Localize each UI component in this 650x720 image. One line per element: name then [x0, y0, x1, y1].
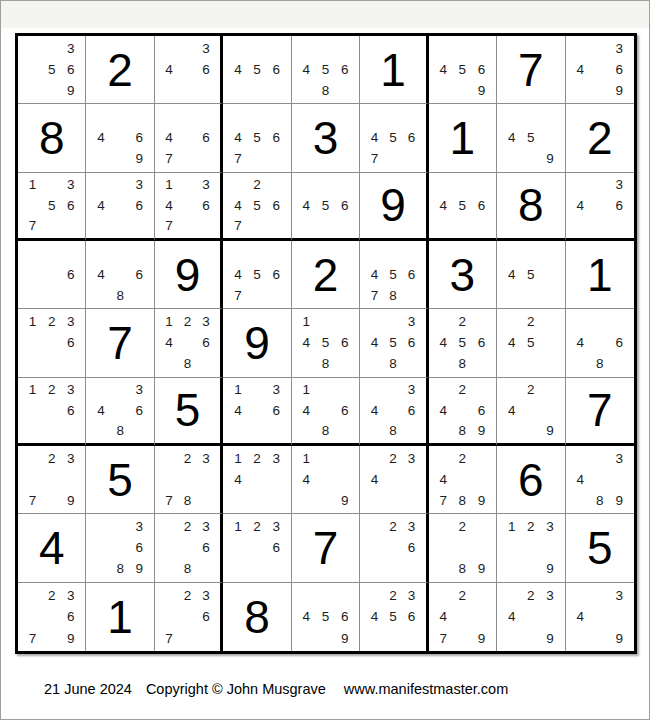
cell-r2c4[interactable]: 4567 — [223, 104, 291, 172]
pencil-empty — [178, 80, 196, 101]
pencil-empty — [453, 628, 472, 649]
pencil-empty — [590, 311, 609, 332]
pencil-empty — [590, 606, 609, 627]
pencil-mark-9: 9 — [130, 559, 149, 580]
pencil-empty — [521, 559, 540, 580]
pencil-mark-3: 3 — [610, 585, 629, 606]
cell-r7c8[interactable]: 6 — [497, 446, 565, 514]
pencil-mark-2: 2 — [384, 516, 402, 537]
pencil-mark-2: 2 — [384, 448, 402, 469]
pencil-empty — [267, 149, 286, 170]
pencil-mark-5: 5 — [42, 59, 61, 80]
pencil-empty — [247, 559, 266, 580]
pencil-empty — [247, 400, 266, 420]
pencil-mark-3: 3 — [61, 448, 80, 469]
cell-r9c6[interactable]: 23456 — [360, 583, 428, 651]
pencil-empty — [297, 80, 316, 101]
cell-r2c9[interactable]: 2 — [566, 104, 634, 172]
cell-r1c8[interactable]: 7 — [497, 36, 565, 104]
pencil-mark-3: 3 — [130, 516, 149, 537]
pencil-empty — [160, 448, 178, 469]
pencil-empty — [434, 38, 453, 59]
pencil-empty — [267, 421, 286, 441]
pencil-mark-3: 3 — [610, 38, 629, 59]
pencil-mark-8: 8 — [111, 421, 130, 441]
pencil-empty — [111, 537, 130, 558]
pencil-empty — [365, 106, 383, 127]
pencil-empty — [91, 421, 110, 441]
pencil-empty — [267, 175, 286, 195]
pencil-mark-6: 6 — [472, 195, 491, 215]
pencil-empty — [178, 38, 196, 59]
pencil-empty — [521, 149, 540, 170]
pencil-empty — [540, 400, 559, 420]
pencil-mark-4: 4 — [434, 400, 453, 420]
cell-r7c3[interactable]: 2378 — [155, 446, 223, 514]
pencil-empty — [610, 469, 629, 490]
pencil-mark-9: 9 — [335, 490, 354, 511]
pencil-empty — [434, 80, 453, 101]
pencil-empty — [502, 537, 521, 558]
pencil-mark-4: 4 — [228, 195, 247, 215]
cell-r1c1[interactable]: 3569 — [18, 36, 86, 104]
pencil-mark-3: 3 — [130, 175, 149, 195]
pencil-mark-5: 5 — [384, 264, 402, 285]
pencil-empty — [61, 285, 80, 306]
pencil-empty — [91, 149, 110, 170]
cell-r8c4[interactable]: 1236 — [223, 514, 291, 582]
pencil-mark-6: 6 — [130, 264, 149, 285]
cell-r9c8[interactable]: 2349 — [497, 583, 565, 651]
cell-r7c4[interactable]: 1234 — [223, 446, 291, 514]
cell-r9c1[interactable]: 23679 — [18, 583, 86, 651]
pencil-mark-6: 6 — [197, 332, 215, 353]
cell-r2c2[interactable]: 469 — [86, 104, 154, 172]
cell-r3c4[interactable]: 24567 — [223, 173, 291, 241]
solved-digit: 3 — [450, 252, 476, 298]
pencil-mark-3: 3 — [402, 516, 420, 537]
pencil-empty — [521, 537, 540, 558]
cell-r3c6[interactable]: 9 — [360, 173, 428, 241]
cell-r6c9[interactable]: 7 — [566, 378, 634, 446]
pencil-empty — [502, 354, 521, 375]
solved-digit: 2 — [313, 252, 339, 298]
pencil-empty — [91, 516, 110, 537]
cell-r7c7[interactable]: 24789 — [429, 446, 497, 514]
cell-r4c5[interactable]: 2 — [292, 241, 360, 309]
pencil-empty — [402, 628, 420, 649]
pencil-empty — [571, 216, 590, 236]
cell-r7c9[interactable]: 3489 — [566, 446, 634, 514]
cell-r4c7[interactable]: 3 — [429, 241, 497, 309]
pencil-empty — [502, 380, 521, 400]
pencil-mark-4: 4 — [297, 469, 316, 490]
cell-r3c3[interactable]: 13467 — [155, 173, 223, 241]
pencil-mark-7: 7 — [23, 490, 42, 511]
pencil-empty — [130, 243, 149, 264]
pencil-mark-7: 7 — [160, 490, 178, 511]
cell-r5c2[interactable]: 7 — [86, 309, 154, 377]
pencil-empty — [91, 285, 110, 306]
solved-digit: 5 — [587, 525, 613, 571]
pencil-empty — [384, 311, 402, 332]
pencil-mark-3: 3 — [61, 175, 80, 195]
pencil-empty — [267, 285, 286, 306]
pencil-empty — [297, 490, 316, 511]
cell-r5c3[interactable]: 123468 — [155, 309, 223, 377]
cell-r8c3[interactable]: 2368 — [155, 514, 223, 582]
cell-r6c6[interactable]: 3468 — [360, 378, 428, 446]
pencil-mark-2: 2 — [521, 516, 540, 537]
pencil-mark-6: 6 — [61, 332, 80, 353]
footer-copyright: Copyright © John Musgrave — [146, 681, 326, 697]
pencil-empty — [590, 448, 609, 469]
puzzle-page: 3569234645645681456973469846946745673456… — [0, 0, 650, 720]
cell-r5c5[interactable]: 14568 — [292, 309, 360, 377]
pencil-mark-8: 8 — [453, 421, 472, 441]
pencil-mark-4: 4 — [297, 606, 316, 627]
cell-r2c6[interactable]: 4567 — [360, 104, 428, 172]
cell-r1c3[interactable]: 346 — [155, 36, 223, 104]
pencil-empty — [502, 106, 521, 127]
pencil-mark-1: 1 — [297, 380, 316, 400]
pencil-empty — [42, 80, 61, 101]
pencil-empty — [610, 311, 629, 332]
pencil-mark-4: 4 — [228, 59, 247, 80]
pencil-mark-5: 5 — [316, 332, 335, 353]
pencil-empty — [61, 469, 80, 490]
pencil-empty — [111, 516, 130, 537]
pencil-mark-6: 6 — [130, 400, 149, 420]
solved-digit: 3 — [313, 115, 339, 161]
pencil-mark-4: 4 — [91, 400, 110, 420]
pencil-mark-9: 9 — [472, 559, 491, 580]
pencil-empty — [472, 216, 491, 236]
pencil-mark-7: 7 — [23, 628, 42, 649]
pencil-empty — [335, 216, 354, 236]
cell-r8c6[interactable]: 236 — [360, 514, 428, 582]
cell-r7c2[interactable]: 5 — [86, 446, 154, 514]
pencil-empty — [23, 400, 42, 420]
pencil-empty — [42, 285, 61, 306]
pencil-empty — [42, 264, 61, 285]
pencil-empty — [402, 106, 420, 127]
cell-r5c9[interactable]: 468 — [566, 309, 634, 377]
pencil-mark-5: 5 — [247, 59, 266, 80]
pencil-mark-3: 3 — [61, 311, 80, 332]
cell-r7c6[interactable]: 234 — [360, 446, 428, 514]
pencil-empty — [384, 400, 402, 420]
pencil-empty — [335, 354, 354, 375]
pencil-empty — [111, 264, 130, 285]
pencil-empty — [335, 585, 354, 606]
cell-r8c9[interactable]: 5 — [566, 514, 634, 582]
pencil-mark-2: 2 — [453, 585, 472, 606]
pencil-mark-4: 4 — [297, 400, 316, 420]
pencil-empty — [434, 175, 453, 195]
pencil-empty — [42, 469, 61, 490]
cell-r5c6[interactable]: 34568 — [360, 309, 428, 377]
pencil-empty — [502, 311, 521, 332]
pencil-mark-4: 4 — [502, 127, 521, 148]
cell-r9c7[interactable]: 2479 — [429, 583, 497, 651]
pencil-empty — [590, 216, 609, 236]
cell-r2c1[interactable]: 8 — [18, 104, 86, 172]
pencil-empty — [228, 490, 247, 511]
pencil-empty — [453, 175, 472, 195]
pencil-mark-8: 8 — [453, 354, 472, 375]
cell-r6c2[interactable]: 3468 — [86, 378, 154, 446]
cell-r2c3[interactable]: 467 — [155, 104, 223, 172]
pencil-empty — [267, 216, 286, 236]
cell-r3c5[interactable]: 456 — [292, 173, 360, 241]
cell-r6c7[interactable]: 24689 — [429, 378, 497, 446]
pencil-mark-9: 9 — [61, 80, 80, 101]
cell-r4c2[interactable]: 468 — [86, 241, 154, 309]
top-strip — [1, 1, 649, 28]
cell-r1c5[interactable]: 4568 — [292, 36, 360, 104]
pencil-mark-3: 3 — [610, 448, 629, 469]
cell-r4c3[interactable]: 9 — [155, 241, 223, 309]
pencil-empty — [197, 628, 215, 649]
pencil-empty — [316, 38, 335, 59]
pencil-empty — [590, 585, 609, 606]
cell-r8c2[interactable]: 3689 — [86, 514, 154, 582]
pencil-empty — [335, 38, 354, 59]
cell-r6c3[interactable]: 5 — [155, 378, 223, 446]
cell-r3c1[interactable]: 13567 — [18, 173, 86, 241]
pencil-empty — [590, 59, 609, 80]
pencil-empty — [160, 516, 178, 537]
pencil-mark-4: 4 — [160, 127, 178, 148]
cell-r5c7[interactable]: 24568 — [429, 309, 497, 377]
pencil-mark-1: 1 — [502, 516, 521, 537]
pencil-empty — [197, 149, 215, 170]
pencil-mark-7: 7 — [228, 149, 247, 170]
pencil-empty — [297, 628, 316, 649]
pencil-mark-2: 2 — [453, 380, 472, 400]
pencil-empty — [160, 606, 178, 627]
cell-r1c9[interactable]: 3469 — [566, 36, 634, 104]
cell-r1c2[interactable]: 2 — [86, 36, 154, 104]
cell-r1c7[interactable]: 4569 — [429, 36, 497, 104]
cell-r9c3[interactable]: 2367 — [155, 583, 223, 651]
footer-date: 21 June 2024 — [44, 681, 132, 697]
pencil-empty — [23, 243, 42, 264]
cell-r9c4[interactable]: 8 — [223, 583, 291, 651]
pencil-empty — [23, 585, 42, 606]
pencil-mark-6: 6 — [61, 59, 80, 80]
pencil-empty — [197, 106, 215, 127]
pencil-mark-3: 3 — [540, 516, 559, 537]
pencil-empty — [23, 332, 42, 353]
pencil-mark-8: 8 — [111, 559, 130, 580]
pencil-mark-3: 3 — [197, 175, 215, 195]
pencil-mark-2: 2 — [453, 448, 472, 469]
cell-r2c5[interactable]: 3 — [292, 104, 360, 172]
pencil-mark-4: 4 — [365, 127, 383, 148]
pencil-mark-9: 9 — [610, 80, 629, 101]
pencil-empty — [23, 606, 42, 627]
cell-r7c5[interactable]: 149 — [292, 446, 360, 514]
cell-r8c7[interactable]: 289 — [429, 514, 497, 582]
pencil-empty — [228, 80, 247, 101]
pencil-empty — [384, 537, 402, 558]
pencil-empty — [42, 628, 61, 649]
pencil-empty — [42, 216, 61, 236]
pencil-empty — [42, 332, 61, 353]
pencil-empty — [247, 216, 266, 236]
pencil-mark-4: 4 — [160, 59, 178, 80]
cell-r6c1[interactable]: 1236 — [18, 378, 86, 446]
cell-r3c9[interactable]: 346 — [566, 173, 634, 241]
pencil-empty — [316, 216, 335, 236]
pencil-empty — [540, 332, 559, 353]
pencil-mark-2: 2 — [42, 311, 61, 332]
pencil-empty — [384, 106, 402, 127]
solved-digit: 8 — [39, 115, 65, 161]
pencil-mark-6: 6 — [402, 537, 420, 558]
pencil-empty — [521, 628, 540, 649]
pencil-empty — [23, 195, 42, 215]
pencil-mark-4: 4 — [434, 59, 453, 80]
cell-r6c4[interactable]: 1346 — [223, 378, 291, 446]
pencil-empty — [571, 448, 590, 469]
pencil-empty — [228, 559, 247, 580]
pencil-empty — [540, 380, 559, 400]
pencil-empty — [316, 490, 335, 511]
pencil-mark-6: 6 — [197, 195, 215, 215]
solved-digit: 8 — [518, 182, 544, 228]
pencil-mark-1: 1 — [297, 448, 316, 469]
pencil-mark-1: 1 — [23, 380, 42, 400]
pencil-mark-7: 7 — [365, 149, 383, 170]
pencil-empty — [434, 516, 453, 537]
cell-r9c2[interactable]: 1 — [86, 583, 154, 651]
pencil-empty — [42, 606, 61, 627]
cell-r5c4[interactable]: 9 — [223, 309, 291, 377]
pencil-empty — [297, 354, 316, 375]
pencil-mark-9: 9 — [540, 421, 559, 441]
pencil-empty — [472, 380, 491, 400]
cell-r3c8[interactable]: 8 — [497, 173, 565, 241]
cell-r8c5[interactable]: 7 — [292, 514, 360, 582]
pencil-mark-3: 3 — [267, 448, 286, 469]
pencil-empty — [197, 216, 215, 236]
pencil-empty — [472, 38, 491, 59]
pencil-empty — [453, 537, 472, 558]
pencil-empty — [590, 195, 609, 215]
pencil-empty — [384, 149, 402, 170]
pencil-mark-5: 5 — [316, 59, 335, 80]
pencil-mark-5: 5 — [316, 195, 335, 215]
pencil-mark-6: 6 — [402, 127, 420, 148]
cell-r2c7[interactable]: 1 — [429, 104, 497, 172]
pencil-mark-4: 4 — [502, 400, 521, 420]
cell-r5c1[interactable]: 1236 — [18, 309, 86, 377]
pencil-empty — [42, 490, 61, 511]
cell-r4c9[interactable]: 1 — [566, 241, 634, 309]
pencil-mark-3: 3 — [197, 38, 215, 59]
pencil-mark-4: 4 — [434, 469, 453, 490]
pencil-mark-6: 6 — [267, 264, 286, 285]
pencil-mark-4: 4 — [571, 195, 590, 215]
pencil-empty — [365, 628, 383, 649]
pencil-empty — [297, 585, 316, 606]
pencil-mark-8: 8 — [590, 354, 609, 375]
solved-digit: 4 — [39, 525, 65, 571]
pencil-empty — [402, 421, 420, 441]
cell-r9c9[interactable]: 349 — [566, 583, 634, 651]
pencil-empty — [91, 380, 110, 400]
pencil-mark-8: 8 — [111, 285, 130, 306]
pencil-empty — [267, 243, 286, 264]
cell-r4c8[interactable]: 45 — [497, 241, 565, 309]
pencil-empty — [365, 380, 383, 400]
pencil-empty — [178, 149, 196, 170]
cell-r3c2[interactable]: 346 — [86, 173, 154, 241]
cell-r3c7[interactable]: 456 — [429, 173, 497, 241]
pencil-mark-9: 9 — [61, 490, 80, 511]
pencil-empty — [365, 516, 383, 537]
pencil-mark-8: 8 — [178, 559, 196, 580]
pencil-empty — [590, 175, 609, 195]
cell-r9c5[interactable]: 4569 — [292, 583, 360, 651]
cell-r7c1[interactable]: 2379 — [18, 446, 86, 514]
pencil-empty — [247, 537, 266, 558]
cell-r2c8[interactable]: 459 — [497, 104, 565, 172]
pencil-mark-9: 9 — [540, 559, 559, 580]
pencil-empty — [91, 175, 110, 195]
pencil-mark-4: 4 — [502, 264, 521, 285]
pencil-empty — [228, 537, 247, 558]
pencil-empty — [502, 149, 521, 170]
cell-r5c8[interactable]: 245 — [497, 309, 565, 377]
cell-r4c1[interactable]: 6 — [18, 241, 86, 309]
pencil-empty — [571, 38, 590, 59]
pencil-mark-2: 2 — [453, 516, 472, 537]
pencil-empty — [402, 490, 420, 511]
cell-r4c6[interactable]: 45678 — [360, 241, 428, 309]
pencil-mark-4: 4 — [365, 332, 383, 353]
cell-r6c8[interactable]: 249 — [497, 378, 565, 446]
cell-r4c4[interactable]: 4567 — [223, 241, 291, 309]
pencil-empty — [316, 380, 335, 400]
pencil-empty — [402, 285, 420, 306]
pencil-mark-6: 6 — [197, 537, 215, 558]
pencil-empty — [502, 421, 521, 441]
pencil-empty — [590, 628, 609, 649]
pencil-empty — [384, 469, 402, 490]
cell-r8c8[interactable]: 1239 — [497, 514, 565, 582]
pencil-empty — [335, 448, 354, 469]
pencil-mark-6: 6 — [402, 264, 420, 285]
pencil-empty — [316, 585, 335, 606]
pencil-mark-4: 4 — [228, 400, 247, 420]
cell-r1c4[interactable]: 456 — [223, 36, 291, 104]
pencil-empty — [540, 127, 559, 148]
pencil-empty — [434, 380, 453, 400]
pencil-empty — [571, 311, 590, 332]
pencil-empty — [316, 400, 335, 420]
cell-r1c6[interactable]: 1 — [360, 36, 428, 104]
pencil-mark-6: 6 — [197, 127, 215, 148]
pencil-empty — [365, 243, 383, 264]
pencil-mark-1: 1 — [297, 311, 316, 332]
cell-r8c1[interactable]: 4 — [18, 514, 86, 582]
pencil-empty — [247, 80, 266, 101]
cell-r6c5[interactable]: 1468 — [292, 378, 360, 446]
